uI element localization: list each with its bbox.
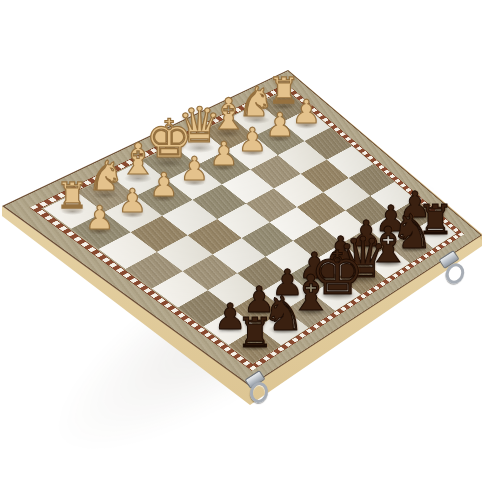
board-grid — [43, 90, 455, 363]
clasp-latch-front — [244, 372, 274, 404]
clasp-latch-right — [438, 252, 468, 286]
chess-board — [2, 70, 482, 387]
product-photo-stage: ♜♞♝♛♚♝♞♜♟♟♟♟♟♟♟♟♟♟♟♟♟♟♟♟♜♞♝♛♚♝♞♜ — [0, 0, 500, 500]
